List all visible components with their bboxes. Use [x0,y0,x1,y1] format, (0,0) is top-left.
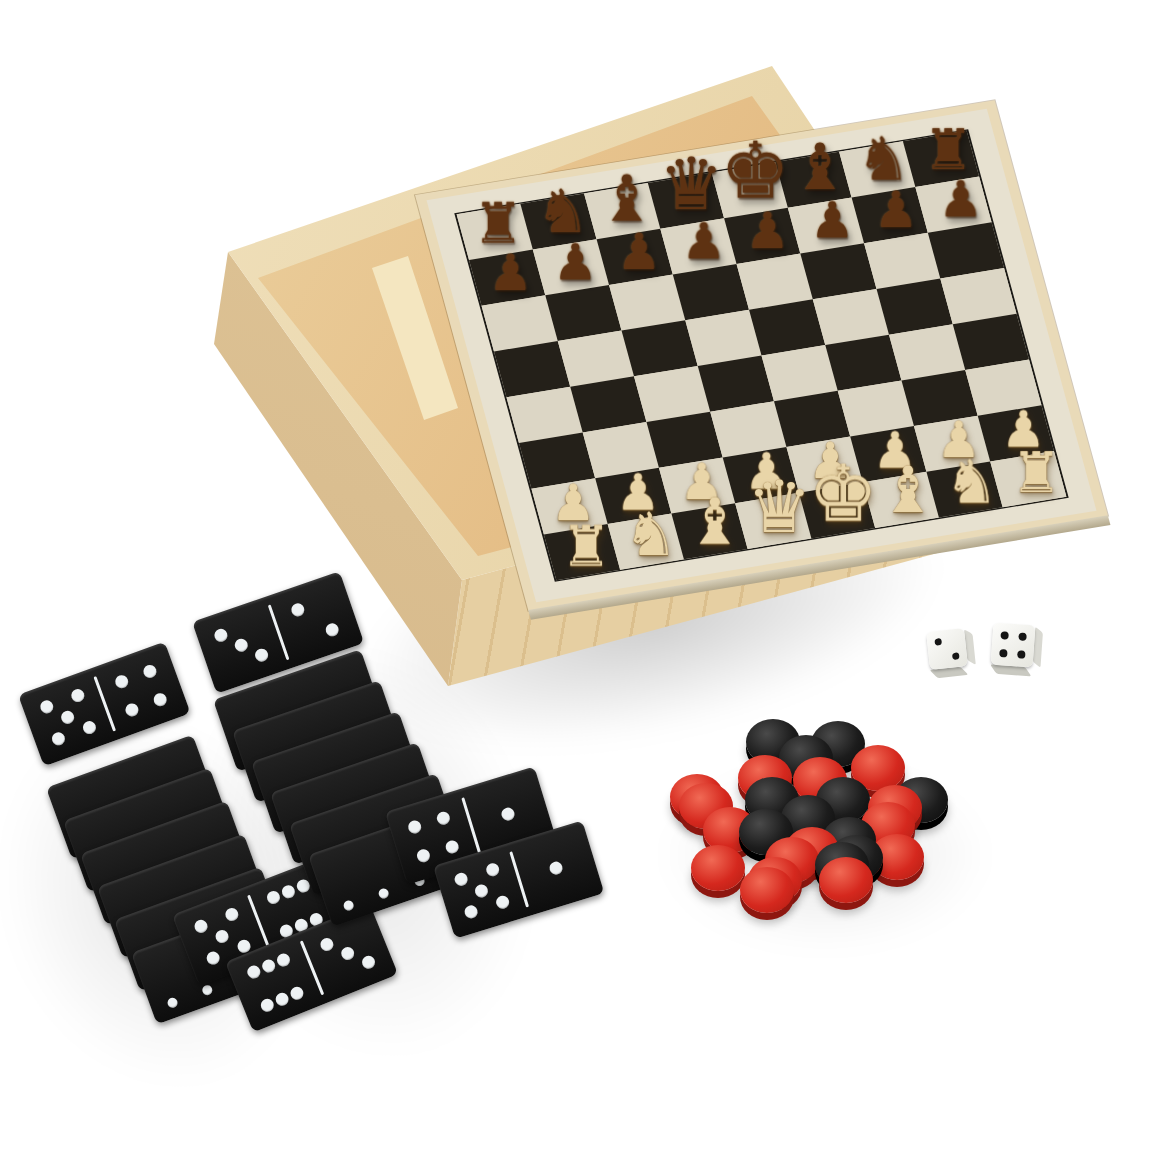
domino-pip [484,862,500,878]
dark-pawn-glyph: ♟ [745,206,790,256]
domino-pip [435,810,451,826]
dark-pawn-glyph: ♟ [874,185,919,235]
domino-pip [223,906,240,923]
checker-red[interactable] [819,857,873,903]
dark-bishop-glyph: ♝ [598,167,655,231]
domino-half-left [440,849,523,933]
dark-pawn-glyph: ♟ [681,216,726,266]
die-2-showing-4[interactable] [991,623,1036,668]
domino-pip [114,673,131,690]
domino-pip [500,806,516,822]
domino-half-right [514,826,597,910]
dark-pawn-glyph: ♟ [938,174,983,224]
domino-pip [50,731,67,748]
domino-pip [462,904,478,920]
domino-pip [246,964,263,981]
die-1-showing-2[interactable] [926,628,968,670]
domino-pip [377,887,390,900]
domino-pip [416,847,432,863]
domino-pip [1000,631,1009,640]
dark-queen-glyph: ♛ [659,148,724,220]
domino-pip [324,621,341,638]
domino-pip [274,991,291,1008]
domino-pip [201,983,214,996]
domino-pip [952,653,960,661]
domino-pip [453,871,469,887]
domino-pip [124,701,141,718]
domino-pip [166,996,179,1009]
domino-pip [59,709,76,726]
product-photo-scene: ♜♞♝♛♚♝♞♜♟♟♟♟♟♟♟♟♟♟♟♟♟♟♟♟♜♞♝♛♚♝♞♜ [0,0,1154,1154]
domino-pip [444,839,460,855]
domino-pip [1019,632,1028,641]
domino-pip [233,637,250,654]
domino-pip [288,985,305,1002]
domino-pip [935,638,943,646]
dark-knight-glyph: ♞ [857,129,911,189]
domino-pip [318,936,335,953]
domino-pip [38,699,55,716]
die-top-face [991,623,1036,668]
domino-pip [260,958,277,975]
domino-pip [342,899,355,912]
domino-pip [265,889,282,906]
checker-red[interactable] [740,867,794,913]
light-king-glyph: ♚ [808,454,878,532]
light-rook-glyph: ♜ [561,518,611,574]
light-rook-glyph: ♜ [1011,445,1061,501]
domino-pip [214,928,231,945]
light-queen-glyph: ♛ [747,471,812,543]
domino-pip [339,945,356,962]
domino-pip [259,996,276,1013]
dark-pawn-glyph: ♟ [553,237,598,287]
dark-knight-glyph: ♞ [536,181,590,241]
domino-pip [360,954,377,971]
domino-pip [473,883,489,899]
dark-pawn-glyph: ♟ [488,248,533,298]
domino-pip [141,663,158,680]
domino-pip [548,860,564,876]
light-knight-glyph: ♞ [624,504,678,564]
dark-bishop-glyph: ♝ [791,135,848,199]
domino-pip [275,952,292,969]
domino-pip [1017,651,1026,660]
domino-pip [253,647,270,664]
dark-king-glyph: ♚ [720,132,790,210]
domino-pip [81,719,98,736]
dark-pawn-glyph: ♟ [617,227,662,277]
domino-pip [289,602,306,619]
light-bishop-glyph: ♝ [879,458,936,522]
domino-pip [280,884,297,901]
die-top-face [926,628,968,670]
dark-pawn-glyph: ♟ [810,195,855,245]
light-bishop-glyph: ♝ [686,489,743,553]
light-knight-glyph: ♞ [945,451,999,511]
domino-pip [494,894,510,910]
domino-pip [192,918,209,935]
domino-pip [999,649,1008,658]
domino-pip [213,627,230,644]
domino-pip [151,691,168,708]
domino-pip [204,950,221,967]
checker-red[interactable] [691,845,745,891]
domino-pip [69,687,86,704]
domino-pip [407,819,423,835]
